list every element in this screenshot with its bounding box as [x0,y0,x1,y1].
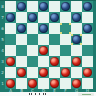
square-d2[interactable] [38,67,49,78]
footer-button[interactable] [78,93,94,96]
square-e3[interactable] [49,56,60,67]
blue-piece-g5[interactable] [72,35,81,44]
square-f3[interactable] [60,56,71,67]
blue-piece-b6[interactable] [17,24,26,33]
square-g7[interactable] [71,12,82,23]
blue-piece-d6[interactable] [39,24,48,33]
square-e4[interactable] [49,45,60,56]
square-h3[interactable] [82,56,93,67]
red-piece-g1[interactable] [72,79,81,88]
square-c3[interactable] [27,56,38,67]
blue-piece-c7[interactable] [28,13,37,22]
square-h7[interactable] [82,12,93,23]
square-d7[interactable] [38,12,49,23]
blue-piece-d8[interactable] [39,2,48,11]
square-g6[interactable] [71,23,82,34]
square-b5[interactable] [16,34,27,45]
square-b3[interactable] [16,56,27,67]
blue-piece-e7[interactable] [50,13,59,22]
board-frame: 87654321 ABCDEFGH [0,0,96,92]
square-a3[interactable] [5,56,16,67]
square-e6[interactable] [49,23,60,34]
footer-mark-1 [29,93,32,95]
square-b7[interactable] [16,12,27,23]
red-piece-c1[interactable] [28,79,37,88]
square-e1[interactable] [49,78,60,89]
square-d8[interactable] [38,1,49,12]
square-e7[interactable] [49,12,60,23]
square-f2[interactable] [60,67,71,78]
file-label-g: G [71,89,82,92]
red-piece-h2[interactable] [83,68,92,77]
file-label-e: E [49,89,60,92]
footer-mark-4 [43,93,46,95]
square-d1[interactable] [38,78,49,89]
red-piece-a1[interactable] [6,79,15,88]
red-piece-d4[interactable] [39,46,48,55]
red-piece-e1[interactable] [50,79,59,88]
blue-piece-b8[interactable] [17,2,26,11]
square-h2[interactable] [82,67,93,78]
square-f1[interactable] [60,78,71,89]
square-a8[interactable] [5,1,16,12]
blue-piece-f8[interactable] [61,2,70,11]
board-right-border [93,1,96,89]
square-e5[interactable] [49,34,60,45]
footer-marks [29,93,46,95]
square-e8[interactable] [49,1,60,12]
square-c4[interactable] [27,45,38,56]
file-labels: ABCDEFGH [0,89,96,92]
red-piece-d2[interactable] [39,68,48,77]
square-b2[interactable] [16,67,27,78]
square-c2[interactable] [27,67,38,78]
square-h8[interactable] [82,1,93,12]
square-f4[interactable] [60,45,71,56]
file-label-c: C [27,89,38,92]
square-d6[interactable] [38,23,49,34]
square-c7[interactable] [27,12,38,23]
square-a4[interactable] [5,45,16,56]
square-b8[interactable] [16,1,27,12]
square-c1[interactable] [27,78,38,89]
checkers-app-window: 87654321 ABCDEFGH [0,0,96,96]
square-a1[interactable] [5,78,16,89]
square-h5[interactable] [82,34,93,45]
square-f8[interactable] [60,1,71,12]
file-label-h: H [82,89,93,92]
square-f6[interactable] [60,23,71,34]
blue-piece-h6[interactable] [83,24,92,33]
square-h4[interactable] [82,45,93,56]
square-g8[interactable] [71,1,82,12]
footer-bar [0,92,96,96]
square-a7[interactable] [5,12,16,23]
square-a5[interactable] [5,34,16,45]
square-d5[interactable] [38,34,49,45]
red-piece-g3[interactable] [72,57,81,66]
square-b1[interactable] [16,78,27,89]
red-piece-a3[interactable] [6,57,15,66]
square-e2[interactable] [49,67,60,78]
blue-piece-g7[interactable] [72,13,81,22]
square-b4[interactable] [16,45,27,56]
blue-piece-a7[interactable] [6,13,15,22]
square-g2[interactable] [71,67,82,78]
footer-button-text [82,94,91,95]
square-g5[interactable] [71,34,82,45]
square-d4[interactable] [38,45,49,56]
square-a2[interactable] [5,67,16,78]
red-piece-e3[interactable] [50,57,59,66]
square-h1[interactable] [82,78,93,89]
square-c8[interactable] [27,1,38,12]
square-f5[interactable] [60,34,71,45]
square-c6[interactable] [27,23,38,34]
square-d3[interactable] [38,56,49,67]
square-c5[interactable] [27,34,38,45]
footer-mark-3 [39,93,40,95]
checkers-board [5,1,93,89]
square-b6[interactable] [16,23,27,34]
red-piece-f2[interactable] [61,68,70,77]
blue-piece-h8[interactable] [83,2,92,11]
square-g3[interactable] [71,56,82,67]
square-f7[interactable] [60,12,71,23]
square-a6[interactable] [5,23,16,34]
file-label-f: F [60,89,71,92]
red-piece-b2[interactable] [17,68,26,77]
square-h6[interactable] [82,23,93,34]
file-label-b: B [16,89,27,92]
footer-mark-2 [35,93,36,95]
file-label-a: A [5,89,16,92]
file-label-d: D [38,89,49,92]
square-g4[interactable] [71,45,82,56]
square-g1[interactable] [71,78,82,89]
